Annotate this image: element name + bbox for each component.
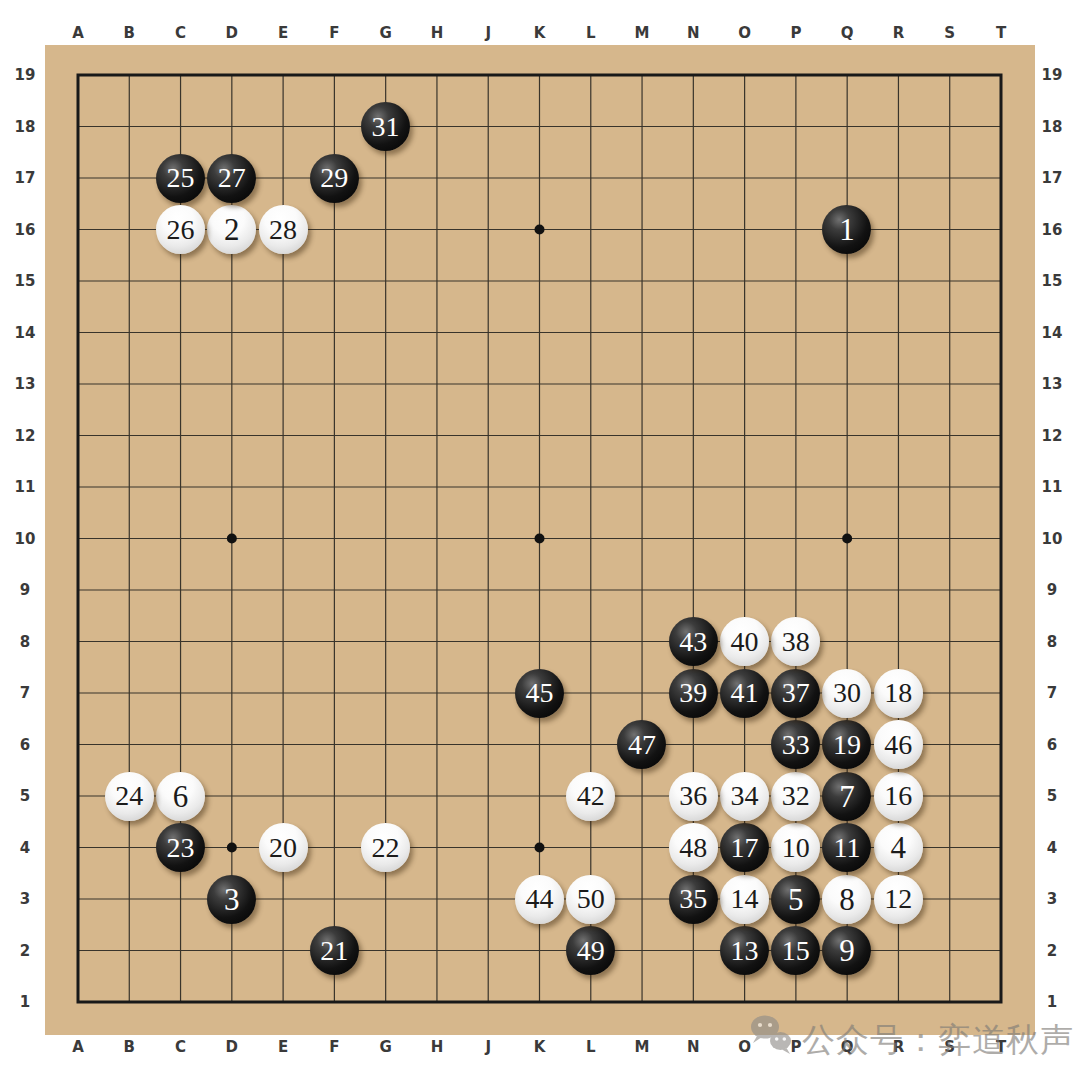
coord-label-top-J: J	[485, 24, 491, 42]
coord-label-left-7: 7	[20, 684, 30, 702]
coord-label-bottom-G: G	[380, 1038, 392, 1056]
coord-label-right-11: 11	[1042, 478, 1063, 496]
coord-label-top-P: P	[790, 24, 801, 42]
stone-white-12-R3: 12	[874, 875, 923, 924]
coord-label-top-R: R	[893, 24, 905, 42]
coord-label-right-1: 1	[1047, 993, 1057, 1011]
stone-black-1-Q16: 1	[822, 205, 871, 254]
stone-black-47-M6: 47	[617, 720, 666, 769]
coord-label-right-2: 2	[1047, 942, 1057, 960]
coord-label-right-19: 19	[1042, 66, 1063, 84]
coord-label-right-16: 16	[1042, 221, 1063, 239]
stone-white-30-Q7: 30	[822, 669, 871, 718]
coord-label-top-O: O	[738, 24, 751, 42]
coord-label-top-S: S	[944, 24, 955, 42]
coord-label-left-3: 3	[20, 890, 30, 908]
stone-black-33-P6: 33	[771, 720, 820, 769]
coord-label-top-H: H	[431, 24, 444, 42]
stone-black-17-O4: 17	[720, 823, 769, 872]
stone-black-29-F17: 29	[310, 154, 359, 203]
coord-label-bottom-O: O	[738, 1038, 751, 1056]
coord-label-bottom-J: J	[485, 1038, 491, 1056]
coord-label-right-13: 13	[1042, 375, 1063, 393]
coord-label-left-19: 19	[15, 66, 36, 84]
coord-label-bottom-K: K	[534, 1038, 546, 1056]
coord-label-left-13: 13	[15, 375, 36, 393]
stone-black-39-N7: 39	[669, 669, 718, 718]
coord-label-bottom-N: N	[687, 1038, 700, 1056]
stone-white-24-B5: 24	[105, 772, 154, 821]
coord-label-right-4: 4	[1047, 839, 1057, 857]
stone-white-22-G4: 22	[361, 823, 410, 872]
coord-label-right-8: 8	[1047, 633, 1057, 651]
coord-label-bottom-C: C	[175, 1038, 186, 1056]
coord-label-bottom-S: S	[944, 1038, 955, 1056]
coord-label-top-F: F	[329, 24, 339, 42]
stone-black-3-D3: 3	[207, 875, 256, 924]
stone-white-50-L3: 50	[566, 875, 615, 924]
coord-label-bottom-A: A	[72, 1038, 84, 1056]
stone-white-16-R5: 16	[874, 772, 923, 821]
coord-label-left-11: 11	[15, 478, 36, 496]
stone-black-13-O2: 13	[720, 926, 769, 975]
stone-black-9-Q2: 9	[822, 926, 871, 975]
coord-label-left-14: 14	[15, 324, 36, 342]
coord-label-bottom-M: M	[635, 1038, 650, 1056]
coord-label-right-3: 3	[1047, 890, 1057, 908]
stone-white-18-R7: 18	[874, 669, 923, 718]
stone-black-43-N8: 43	[669, 617, 718, 666]
coord-label-right-10: 10	[1042, 530, 1063, 548]
coord-label-left-5: 5	[20, 787, 30, 805]
coord-label-right-7: 7	[1047, 684, 1057, 702]
coord-label-bottom-R: R	[893, 1038, 905, 1056]
coord-label-top-K: K	[534, 24, 546, 42]
coord-label-bottom-F: F	[329, 1038, 339, 1056]
stone-white-32-P5: 32	[771, 772, 820, 821]
coord-label-top-G: G	[380, 24, 392, 42]
stone-white-8-Q3: 8	[822, 875, 871, 924]
stone-black-49-L2: 49	[566, 926, 615, 975]
coord-label-left-16: 16	[15, 221, 36, 239]
stone-black-27-D17: 27	[207, 154, 256, 203]
coord-label-top-N: N	[687, 24, 700, 42]
stone-black-11-Q4: 11	[822, 823, 871, 872]
stone-white-14-O3: 14	[720, 875, 769, 924]
stone-white-4-R4: 4	[874, 823, 923, 872]
coord-label-left-15: 15	[15, 272, 36, 290]
stone-white-20-E4: 20	[259, 823, 308, 872]
stone-white-6-C5: 6	[156, 772, 205, 821]
stone-white-2-D16: 2	[207, 205, 256, 254]
coord-label-right-15: 15	[1042, 272, 1063, 290]
stone-black-5-P3: 5	[771, 875, 820, 924]
stone-black-21-F2: 21	[310, 926, 359, 975]
coord-label-bottom-P: P	[790, 1038, 801, 1056]
coord-label-top-T: T	[996, 24, 1006, 42]
coord-label-left-17: 17	[15, 169, 36, 187]
stone-white-34-O5: 34	[720, 772, 769, 821]
coord-label-top-A: A	[72, 24, 84, 42]
stone-black-23-C4: 23	[156, 823, 205, 872]
coord-label-right-14: 14	[1042, 324, 1063, 342]
stone-white-36-N5: 36	[669, 772, 718, 821]
stone-black-41-O7: 41	[720, 669, 769, 718]
stone-black-45-K7: 45	[515, 669, 564, 718]
stone-white-44-K3: 44	[515, 875, 564, 924]
coord-label-bottom-E: E	[278, 1038, 288, 1056]
coord-label-left-1: 1	[20, 993, 30, 1011]
stone-white-10-P4: 10	[771, 823, 820, 872]
stone-white-48-N4: 48	[669, 823, 718, 872]
coord-label-left-8: 8	[20, 633, 30, 651]
coord-label-right-9: 9	[1047, 581, 1057, 599]
stone-black-37-P7: 37	[771, 669, 820, 718]
coord-label-right-17: 17	[1042, 169, 1063, 187]
coord-label-left-10: 10	[15, 530, 36, 548]
coord-label-left-6: 6	[20, 736, 30, 754]
coord-label-right-18: 18	[1042, 118, 1063, 136]
coord-label-left-12: 12	[15, 427, 36, 445]
coord-label-bottom-H: H	[431, 1038, 444, 1056]
coord-label-top-E: E	[278, 24, 288, 42]
coord-label-left-2: 2	[20, 942, 30, 960]
stone-white-26-C16: 26	[156, 205, 205, 254]
stone-white-46-R6: 46	[874, 720, 923, 769]
coord-label-top-Q: Q	[841, 24, 854, 42]
stones-layer: 1234567891011121314151617181920212223242…	[52, 49, 1026, 1028]
coord-label-top-B: B	[124, 24, 135, 42]
coord-label-right-12: 12	[1042, 427, 1063, 445]
stone-white-28-E16: 28	[259, 205, 308, 254]
coord-label-top-C: C	[175, 24, 186, 42]
coord-label-bottom-D: D	[226, 1038, 238, 1056]
stone-black-15-P2: 15	[771, 926, 820, 975]
coord-label-bottom-L: L	[586, 1038, 596, 1056]
coord-label-left-18: 18	[15, 118, 36, 136]
coord-label-right-5: 5	[1047, 787, 1057, 805]
coord-label-top-D: D	[226, 24, 238, 42]
coord-label-bottom-B: B	[124, 1038, 135, 1056]
coord-label-left-4: 4	[20, 839, 30, 857]
stone-white-38-P8: 38	[771, 617, 820, 666]
coord-label-bottom-T: T	[996, 1038, 1006, 1056]
coord-label-bottom-Q: Q	[841, 1038, 854, 1056]
stone-white-40-O8: 40	[720, 617, 769, 666]
stone-black-7-Q5: 7	[822, 772, 871, 821]
stone-black-35-N3: 35	[669, 875, 718, 924]
coord-label-right-6: 6	[1047, 736, 1057, 754]
stone-black-31-G18: 31	[361, 102, 410, 151]
coord-label-top-M: M	[635, 24, 650, 42]
coord-label-left-9: 9	[20, 581, 30, 599]
go-diagram: AABBCCDDEEFFGGHHJJKKLLMMNNOOPPQQRRSSTT19…	[0, 0, 1080, 1080]
coord-label-top-L: L	[586, 24, 596, 42]
stone-white-42-L5: 42	[566, 772, 615, 821]
stone-black-25-C17: 25	[156, 154, 205, 203]
stone-black-19-Q6: 19	[822, 720, 871, 769]
